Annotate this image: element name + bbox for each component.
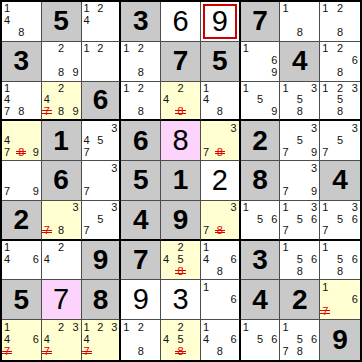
candidate-grid: 3579 bbox=[282, 122, 317, 158]
candidate-grid: 24789 bbox=[44, 83, 79, 118]
candidate-4: 4 bbox=[163, 254, 175, 266]
candidate-3: 3 bbox=[306, 122, 318, 134]
candidate-4: 4 bbox=[4, 333, 16, 345]
candidate-3: 3 bbox=[106, 321, 117, 333]
given-digit: 6 bbox=[82, 82, 120, 120]
cell-r1c7[interactable]: 7 bbox=[241, 2, 281, 42]
given-digit: 3 bbox=[121, 2, 160, 41]
cell-r6c4[interactable]: 4 bbox=[121, 201, 161, 241]
cell-r6c9[interactable]: 13567 bbox=[320, 201, 360, 241]
candidate-8: 8 bbox=[334, 106, 346, 118]
given-digit: 4 bbox=[241, 280, 280, 319]
cell-r9c6[interactable]: 1468 bbox=[201, 320, 241, 360]
candidate-5: 5 bbox=[294, 94, 306, 106]
candidate-5: 5 bbox=[334, 134, 346, 146]
candidate-1: 1 bbox=[322, 43, 334, 55]
candidate-1: 1 bbox=[203, 83, 214, 95]
cell-r2c9[interactable]: 1268 bbox=[320, 42, 360, 82]
struck-candidate-8: 8 bbox=[16, 146, 28, 158]
solved-digit: 8 bbox=[161, 121, 200, 160]
given-digit: 4 bbox=[320, 161, 360, 200]
candidate-9: 9 bbox=[306, 186, 318, 198]
candidate-8: 8 bbox=[294, 27, 306, 39]
candidate-grid: 146 bbox=[4, 242, 39, 278]
cell-r8c5[interactable]: 3 bbox=[161, 280, 201, 320]
given-digit: 8 bbox=[82, 280, 120, 319]
cell-r8c9[interactable]: 167 bbox=[320, 280, 360, 320]
given-digit: 9 bbox=[161, 201, 200, 239]
struck-candidate-8: 8 bbox=[175, 346, 187, 358]
candidate-2: 2 bbox=[334, 3, 346, 15]
given-digit: 6 bbox=[121, 121, 160, 160]
candidate-6: 6 bbox=[225, 254, 236, 266]
given-digit: 8 bbox=[241, 161, 280, 200]
candidate-7: 7 bbox=[84, 146, 95, 158]
candidate-5: 5 bbox=[95, 213, 106, 225]
candidate-7: 7 bbox=[203, 146, 214, 158]
candidate-grid: 4789 bbox=[4, 122, 39, 158]
cell-r6c3[interactable]: 357 bbox=[82, 201, 122, 241]
candidate-7: 7 bbox=[84, 225, 95, 237]
cell-r2c6[interactable]: 5 bbox=[201, 42, 241, 82]
candidate-8: 8 bbox=[334, 27, 346, 39]
struck-candidate-8: 8 bbox=[214, 146, 225, 158]
candidate-3: 3 bbox=[306, 202, 318, 214]
candidate-1: 1 bbox=[322, 83, 334, 95]
cell-r5c8[interactable]: 379 bbox=[280, 161, 320, 201]
candidate-grid: 2458 bbox=[163, 321, 198, 358]
candidate-2: 2 bbox=[55, 83, 67, 95]
candidate-6: 6 bbox=[346, 293, 358, 305]
candidate-5: 5 bbox=[254, 94, 266, 106]
cell-r9c3[interactable]: 12347 bbox=[82, 320, 122, 360]
cell-r4c1[interactable]: 4789 bbox=[2, 121, 42, 161]
candidate-grid: 156 bbox=[243, 321, 278, 358]
candidate-7: 7 bbox=[322, 146, 334, 158]
candidate-grid: 12358 bbox=[322, 83, 358, 118]
candidate-grid: 37 bbox=[84, 162, 118, 198]
candidate-8: 8 bbox=[294, 266, 306, 278]
candidate-8: 8 bbox=[214, 266, 225, 278]
cell-r4c3[interactable]: 3457 bbox=[82, 121, 122, 161]
cell-r3c2[interactable]: 24789 bbox=[42, 82, 82, 122]
candidate-3: 3 bbox=[67, 202, 79, 214]
candidate-grid: 12347 bbox=[84, 321, 118, 358]
cell-r9c9[interactable]: 9 bbox=[320, 320, 360, 360]
cell-r7c2[interactable]: 24 bbox=[42, 241, 82, 281]
candidate-1: 1 bbox=[243, 321, 255, 333]
candidate-grid: 379 bbox=[282, 162, 317, 198]
candidate-1: 1 bbox=[322, 242, 334, 254]
cell-r3c4[interactable]: 128 bbox=[121, 82, 161, 122]
candidate-8: 8 bbox=[294, 106, 306, 118]
candidate-8: 8 bbox=[135, 346, 147, 358]
cell-r2c3[interactable]: 12 bbox=[82, 42, 122, 82]
cell-r8c8[interactable]: 2 bbox=[280, 280, 320, 320]
cell-r1c1[interactable]: 148 bbox=[2, 2, 42, 42]
solved-digit: 3 bbox=[161, 280, 200, 319]
candidate-3: 3 bbox=[106, 202, 117, 214]
candidate-8: 8 bbox=[55, 225, 67, 237]
candidate-grid: 128 bbox=[123, 43, 158, 79]
candidate-9: 9 bbox=[67, 67, 79, 79]
cell-r7c6[interactable]: 1468 bbox=[201, 241, 241, 281]
candidate-5: 5 bbox=[334, 254, 346, 266]
candidate-grid: 2347 bbox=[44, 321, 79, 358]
candidate-grid: 3457 bbox=[84, 122, 118, 158]
candidate-grid: 169 bbox=[243, 43, 278, 79]
candidate-1: 1 bbox=[84, 43, 95, 55]
candidate-2: 2 bbox=[175, 83, 187, 95]
struck-candidate-7: 7 bbox=[44, 346, 56, 358]
candidate-6: 6 bbox=[266, 55, 278, 67]
candidate-2: 2 bbox=[175, 242, 187, 254]
candidate-2: 2 bbox=[334, 43, 346, 55]
given-digit: 7 bbox=[121, 241, 160, 280]
cell-r7c3[interactable]: 9 bbox=[82, 241, 122, 281]
candidate-9: 9 bbox=[67, 106, 79, 118]
candidate-4: 4 bbox=[203, 94, 214, 106]
candidate-1: 1 bbox=[322, 202, 334, 214]
candidate-6: 6 bbox=[306, 333, 318, 345]
candidate-4: 4 bbox=[4, 254, 16, 266]
candidate-grid: 1568 bbox=[322, 242, 358, 278]
cell-r7c8[interactable]: 1568 bbox=[280, 241, 320, 281]
candidate-1: 1 bbox=[84, 321, 95, 333]
cell-r2c4[interactable]: 128 bbox=[121, 42, 161, 82]
cell-r2c7[interactable]: 169 bbox=[241, 42, 281, 82]
candidate-7: 7 bbox=[4, 106, 16, 118]
cell-r7c5[interactable]: 2458 bbox=[161, 241, 201, 281]
candidate-8: 8 bbox=[16, 106, 28, 118]
candidate-3: 3 bbox=[306, 162, 318, 174]
cell-r5c2[interactable]: 6 bbox=[42, 161, 82, 201]
cell-r6c1[interactable]: 2 bbox=[2, 201, 42, 241]
candidate-5: 5 bbox=[294, 213, 306, 225]
candidate-grid: 289 bbox=[44, 43, 79, 79]
cell-r9c4[interactable]: 128 bbox=[121, 320, 161, 360]
cell-r1c5[interactable]: 6 bbox=[161, 2, 201, 42]
candidate-grid: 128 bbox=[322, 3, 358, 39]
candidate-6: 6 bbox=[306, 213, 318, 225]
cell-r5c1[interactable]: 79 bbox=[2, 161, 42, 201]
candidate-1: 1 bbox=[203, 321, 214, 333]
candidate-3: 3 bbox=[106, 162, 117, 174]
candidate-4: 4 bbox=[44, 254, 56, 266]
candidate-grid: 128 bbox=[123, 83, 158, 118]
candidate-5: 5 bbox=[294, 134, 306, 146]
cell-r5c3[interactable]: 37 bbox=[82, 161, 122, 201]
candidate-4: 4 bbox=[84, 15, 95, 27]
cell-r4c6[interactable]: 378 bbox=[201, 121, 241, 161]
candidate-grid: 79 bbox=[4, 162, 39, 198]
candidate-1: 1 bbox=[4, 3, 16, 15]
cell-r1c4[interactable]: 3 bbox=[121, 2, 161, 42]
cell-r1c8[interactable]: 18 bbox=[280, 2, 320, 42]
candidate-1: 1 bbox=[203, 281, 214, 293]
candidate-2: 2 bbox=[135, 83, 147, 95]
candidate-1: 1 bbox=[282, 242, 294, 254]
sudoku-board: 1485124369718128328912128751694126814782… bbox=[0, 0, 362, 362]
candidate-4: 4 bbox=[203, 333, 214, 345]
cell-r4c7[interactable]: 2 bbox=[241, 121, 281, 161]
candidate-2: 2 bbox=[135, 321, 147, 333]
cell-r8c1[interactable]: 5 bbox=[2, 280, 42, 320]
struck-candidate-7: 7 bbox=[84, 346, 95, 358]
candidate-1: 1 bbox=[282, 83, 294, 95]
candidate-4: 4 bbox=[163, 333, 175, 345]
cell-r2c8[interactable]: 4 bbox=[280, 42, 320, 82]
candidate-1: 1 bbox=[203, 242, 214, 254]
solved-digit: 9 bbox=[121, 280, 160, 319]
cell-r4c2[interactable]: 1 bbox=[42, 121, 82, 161]
candidate-1: 1 bbox=[4, 242, 16, 254]
given-digit: 5 bbox=[201, 42, 239, 81]
cell-r3c1[interactable]: 1478 bbox=[2, 82, 42, 122]
cell-r6c6[interactable]: 378 bbox=[201, 201, 241, 241]
candidate-6: 6 bbox=[266, 213, 278, 225]
candidate-grid: 1468 bbox=[203, 242, 237, 278]
given-digit: 7 bbox=[241, 2, 280, 41]
cell-r5c6[interactable]: 2 bbox=[201, 161, 241, 201]
cell-r2c5[interactable]: 7 bbox=[161, 42, 201, 82]
candidate-grid: 24 bbox=[44, 242, 79, 278]
candidate-grid: 124 bbox=[84, 3, 118, 39]
candidate-5: 5 bbox=[294, 254, 306, 266]
candidate-9: 9 bbox=[266, 67, 278, 79]
candidate-4: 4 bbox=[84, 333, 95, 345]
candidate-7: 7 bbox=[4, 146, 16, 158]
cell-r7c9[interactable]: 1568 bbox=[320, 241, 360, 281]
candidate-8: 8 bbox=[214, 106, 225, 118]
candidate-5: 5 bbox=[175, 254, 187, 266]
cell-r4c8[interactable]: 3579 bbox=[280, 121, 320, 161]
candidate-2: 2 bbox=[95, 3, 106, 15]
cell-r6c8[interactable]: 13567 bbox=[280, 201, 320, 241]
candidate-5: 5 bbox=[254, 213, 266, 225]
candidate-6: 6 bbox=[225, 333, 236, 345]
cell-r3c8[interactable]: 1358 bbox=[280, 82, 320, 122]
cell-r9c7[interactable]: 156 bbox=[241, 320, 281, 360]
candidate-8: 8 bbox=[135, 67, 147, 79]
candidate-grid: 167 bbox=[322, 281, 358, 317]
candidate-3: 3 bbox=[225, 202, 236, 214]
given-digit: 1 bbox=[42, 121, 81, 160]
cell-r5c4[interactable]: 5 bbox=[121, 161, 161, 201]
candidate-4: 4 bbox=[4, 94, 16, 106]
candidate-6: 6 bbox=[346, 254, 358, 266]
candidate-7: 7 bbox=[282, 225, 294, 237]
candidate-1: 1 bbox=[243, 43, 255, 55]
given-digit: 4 bbox=[121, 201, 160, 239]
candidate-8: 8 bbox=[135, 106, 147, 118]
candidate-9: 9 bbox=[27, 186, 39, 198]
candidate-1: 1 bbox=[123, 43, 135, 55]
candidate-5: 5 bbox=[95, 134, 106, 146]
cell-r7c4[interactable]: 7 bbox=[121, 241, 161, 281]
candidate-5: 5 bbox=[334, 213, 346, 225]
candidate-4: 4 bbox=[163, 94, 175, 106]
candidate-1: 1 bbox=[4, 83, 16, 95]
candidate-1: 1 bbox=[123, 321, 135, 333]
candidate-grid: 357 bbox=[84, 202, 118, 237]
struck-candidate-8: 8 bbox=[175, 266, 187, 278]
candidate-grid: 2458 bbox=[163, 242, 198, 278]
cell-r7c7[interactable]: 3 bbox=[241, 241, 281, 281]
cell-r5c9[interactable]: 4 bbox=[320, 161, 360, 201]
candidate-6: 6 bbox=[27, 254, 39, 266]
given-digit: 5 bbox=[121, 161, 160, 200]
solved-digit: 2 bbox=[201, 161, 239, 200]
cell-r1c6[interactable]: 9 bbox=[201, 2, 241, 42]
cell-r7c1[interactable]: 146 bbox=[2, 241, 42, 281]
candidate-2: 2 bbox=[334, 83, 346, 95]
cell-r3c6[interactable]: 148 bbox=[201, 82, 241, 122]
candidate-grid: 1468 bbox=[203, 321, 237, 358]
cell-r1c2[interactable]: 5 bbox=[42, 2, 82, 42]
candidate-grid: 13567 bbox=[322, 202, 358, 237]
solved-digit: 9 bbox=[201, 2, 239, 41]
cell-r6c2[interactable]: 378 bbox=[42, 201, 82, 241]
struck-candidate-7: 7 bbox=[44, 225, 56, 237]
candidate-7: 7 bbox=[282, 146, 294, 158]
candidate-6: 6 bbox=[225, 293, 236, 305]
candidate-5: 5 bbox=[294, 333, 306, 345]
cell-r3c5[interactable]: 248 bbox=[161, 82, 201, 122]
given-digit: 2 bbox=[280, 280, 319, 319]
candidate-grid: 15678 bbox=[282, 321, 317, 358]
candidate-6: 6 bbox=[346, 55, 358, 67]
candidate-grid: 159 bbox=[243, 83, 278, 118]
cell-r8c4[interactable]: 9 bbox=[121, 280, 161, 320]
candidate-grid: 128 bbox=[123, 321, 158, 358]
cell-r2c2[interactable]: 289 bbox=[42, 42, 82, 82]
cell-r4c5[interactable]: 8 bbox=[161, 121, 201, 161]
cell-r5c5[interactable]: 1 bbox=[161, 161, 201, 201]
cell-r9c2[interactable]: 2347 bbox=[42, 320, 82, 360]
cell-r3c3[interactable]: 6 bbox=[82, 82, 122, 122]
cell-r9c5[interactable]: 2458 bbox=[161, 320, 201, 360]
cell-r3c7[interactable]: 159 bbox=[241, 82, 281, 122]
candidate-1: 1 bbox=[243, 202, 255, 214]
cell-r3c9[interactable]: 12358 bbox=[320, 82, 360, 122]
cell-r5c7[interactable]: 8 bbox=[241, 161, 281, 201]
given-digit: 2 bbox=[2, 201, 41, 239]
struck-candidate-8: 8 bbox=[175, 106, 187, 118]
given-digit: 7 bbox=[161, 42, 200, 81]
cell-r6c7[interactable]: 156 bbox=[241, 201, 281, 241]
candidate-grid: 357 bbox=[322, 122, 358, 158]
candidate-1: 1 bbox=[322, 3, 334, 15]
struck-candidate-7: 7 bbox=[322, 305, 334, 317]
candidate-8: 8 bbox=[294, 346, 306, 358]
cell-r1c3[interactable]: 124 bbox=[82, 2, 122, 42]
candidate-9: 9 bbox=[27, 146, 39, 158]
candidate-6: 6 bbox=[266, 333, 278, 345]
cell-r6c5[interactable]: 9 bbox=[161, 201, 201, 241]
cell-r9c1[interactable]: 1467 bbox=[2, 320, 42, 360]
struck-candidate-8: 8 bbox=[214, 225, 225, 237]
candidate-grid: 1568 bbox=[282, 242, 317, 278]
candidate-grid: 148 bbox=[203, 83, 237, 118]
cell-r1c9[interactable]: 128 bbox=[320, 2, 360, 42]
candidate-grid: 248 bbox=[163, 83, 198, 118]
candidate-2: 2 bbox=[55, 43, 67, 55]
candidate-5: 5 bbox=[254, 333, 266, 345]
given-digit: 1 bbox=[161, 161, 200, 200]
candidate-8: 8 bbox=[16, 27, 28, 39]
candidate-grid: 378 bbox=[203, 122, 237, 158]
candidate-1: 1 bbox=[243, 83, 255, 95]
candidate-1: 1 bbox=[123, 83, 135, 95]
candidate-grid: 378 bbox=[44, 202, 79, 237]
candidate-grid: 1467 bbox=[4, 321, 39, 358]
candidate-1: 1 bbox=[282, 202, 294, 214]
candidate-1: 1 bbox=[4, 321, 16, 333]
cell-r9c8[interactable]: 15678 bbox=[280, 320, 320, 360]
candidate-3: 3 bbox=[346, 83, 358, 95]
cell-r8c6[interactable]: 16 bbox=[201, 280, 241, 320]
candidate-2: 2 bbox=[175, 321, 187, 333]
given-digit: 6 bbox=[42, 161, 81, 200]
candidate-7: 7 bbox=[322, 225, 334, 237]
candidate-5: 5 bbox=[175, 333, 187, 345]
cell-r2c1[interactable]: 3 bbox=[2, 42, 42, 82]
candidate-2: 2 bbox=[55, 321, 67, 333]
candidate-3: 3 bbox=[225, 122, 236, 134]
cell-r8c7[interactable]: 4 bbox=[241, 280, 281, 320]
candidate-1: 1 bbox=[282, 3, 294, 15]
candidate-4: 4 bbox=[203, 254, 214, 266]
candidate-8: 8 bbox=[55, 67, 67, 79]
candidate-8: 8 bbox=[334, 67, 346, 79]
candidate-6: 6 bbox=[306, 254, 318, 266]
candidate-4: 4 bbox=[4, 15, 16, 27]
candidate-4: 4 bbox=[44, 94, 56, 106]
candidate-grid: 1358 bbox=[282, 83, 317, 118]
candidate-grid: 148 bbox=[4, 3, 39, 39]
solved-digit: 7 bbox=[42, 280, 81, 319]
candidate-2: 2 bbox=[95, 321, 106, 333]
candidate-grid: 13567 bbox=[282, 202, 317, 237]
candidate-3: 3 bbox=[306, 83, 318, 95]
cell-r4c4[interactable]: 6 bbox=[121, 121, 161, 161]
candidate-8: 8 bbox=[55, 106, 67, 118]
candidate-8: 8 bbox=[214, 346, 225, 358]
given-digit: 3 bbox=[2, 42, 41, 81]
struck-candidate-7: 7 bbox=[4, 346, 16, 358]
candidate-3: 3 bbox=[106, 122, 117, 134]
candidate-grid: 378 bbox=[203, 202, 237, 237]
solved-digit: 6 bbox=[161, 2, 200, 41]
given-digit: 5 bbox=[2, 280, 41, 319]
candidate-grid: 1268 bbox=[322, 43, 358, 79]
candidate-7: 7 bbox=[84, 186, 95, 198]
given-digit: 9 bbox=[82, 241, 120, 280]
candidate-7: 7 bbox=[282, 186, 294, 198]
cell-r4c9[interactable]: 357 bbox=[320, 121, 360, 161]
candidate-grid: 156 bbox=[243, 202, 278, 237]
given-digit: 3 bbox=[241, 241, 280, 280]
cell-r8c3[interactable]: 8 bbox=[82, 280, 122, 320]
struck-candidate-7: 7 bbox=[44, 106, 56, 118]
cell-r8c2[interactable]: 7 bbox=[42, 280, 82, 320]
given-digit: 5 bbox=[42, 2, 81, 41]
candidate-4: 4 bbox=[44, 333, 56, 345]
candidate-9: 9 bbox=[306, 146, 318, 158]
candidate-6: 6 bbox=[346, 213, 358, 225]
candidate-grid: 16 bbox=[203, 281, 237, 317]
